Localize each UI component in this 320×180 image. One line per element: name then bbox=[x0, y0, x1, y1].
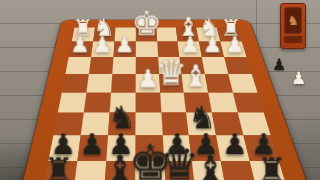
square-a6 bbox=[238, 113, 271, 136]
square-b7: ♟ bbox=[216, 136, 249, 162]
square-a3 bbox=[224, 57, 251, 74]
square-f2: ♟ bbox=[113, 42, 135, 57]
square-h7: ♟ bbox=[48, 136, 80, 162]
square-h6 bbox=[53, 113, 83, 136]
square-a2: ♟ bbox=[220, 42, 246, 57]
square-g1: ♞ bbox=[93, 27, 115, 41]
square-e6 bbox=[135, 113, 162, 136]
square-g3 bbox=[89, 57, 113, 74]
captured-white-pawn: ♟ bbox=[291, 70, 306, 87]
square-c3 bbox=[180, 57, 205, 74]
square-d8: ♛ bbox=[164, 161, 196, 180]
board-perspective-area: ♜♞♚♝♞♜♟♟♟♟♟♟♟♛♝♞♞♟♟♟♟♟♟♟♜♝♚♛♝♜ bbox=[0, 0, 320, 180]
box-base-band bbox=[284, 36, 302, 43]
square-e2 bbox=[135, 42, 157, 57]
square-c6: ♞ bbox=[187, 113, 217, 136]
knight-emblem-icon: ♞ bbox=[287, 14, 299, 27]
square-c2: ♟ bbox=[178, 42, 202, 57]
square-f8: ♝ bbox=[104, 161, 135, 180]
piece-white-rook-a1: ♜ bbox=[220, 17, 241, 40]
square-d2 bbox=[157, 42, 180, 57]
chess-board: ♜♞♚♝♞♜♟♟♟♟♟♟♟♛♝♞♞♟♟♟♟♟♟♟♜♝♚♛♝♜ bbox=[17, 20, 316, 180]
square-c5 bbox=[184, 92, 212, 113]
square-e7 bbox=[135, 136, 164, 162]
square-g5 bbox=[84, 92, 111, 113]
square-h3 bbox=[65, 57, 91, 74]
square-g6 bbox=[81, 113, 110, 136]
captured-black-pawn: ♟ bbox=[272, 57, 286, 73]
square-h5 bbox=[58, 92, 86, 113]
square-f6: ♞ bbox=[108, 113, 135, 136]
square-a4 bbox=[228, 74, 257, 93]
piece-white-rook-h1: ♜ bbox=[72, 17, 93, 40]
piece-white-knight-g1: ♞ bbox=[93, 16, 115, 40]
square-f3 bbox=[112, 57, 135, 74]
square-c1: ♝ bbox=[176, 27, 199, 41]
square-g7: ♟ bbox=[77, 136, 108, 162]
square-c4: ♝ bbox=[182, 74, 209, 93]
square-f4 bbox=[111, 74, 136, 93]
square-e3 bbox=[135, 57, 158, 74]
square-b6 bbox=[212, 113, 243, 136]
square-d5 bbox=[160, 92, 187, 113]
square-f5 bbox=[109, 92, 135, 113]
square-h4 bbox=[62, 74, 89, 93]
box-carving: ♞ bbox=[284, 7, 302, 34]
square-d6 bbox=[161, 113, 189, 136]
square-g4 bbox=[86, 74, 112, 93]
square-a5 bbox=[233, 92, 264, 113]
square-c7: ♟ bbox=[189, 136, 221, 162]
square-e8: ♚ bbox=[135, 161, 166, 180]
chess-set-box: ♞ bbox=[280, 3, 306, 49]
square-d4: ♛ bbox=[159, 74, 185, 93]
square-a7: ♟ bbox=[244, 136, 279, 162]
square-e5 bbox=[135, 92, 161, 113]
square-h2: ♟ bbox=[69, 42, 93, 57]
square-g8 bbox=[73, 161, 106, 180]
square-h8: ♜ bbox=[43, 161, 77, 180]
square-d1 bbox=[156, 27, 178, 41]
square-h1: ♜ bbox=[72, 27, 95, 41]
square-d7: ♟ bbox=[162, 136, 192, 162]
scene: ♜♞♚♝♞♜♟♟♟♟♟♟♟♛♝♞♞♟♟♟♟♟♟♟♜♝♚♛♝♜ ♟ ♟ ♞ bbox=[0, 0, 320, 180]
square-f1 bbox=[114, 27, 135, 41]
square-d3 bbox=[158, 57, 182, 74]
square-f7: ♟ bbox=[106, 136, 135, 162]
square-g2: ♟ bbox=[91, 42, 114, 57]
square-a1: ♜ bbox=[217, 27, 242, 41]
square-e1: ♚ bbox=[135, 27, 156, 41]
square-a8: ♜ bbox=[250, 161, 288, 180]
square-e4: ♟ bbox=[135, 74, 159, 93]
